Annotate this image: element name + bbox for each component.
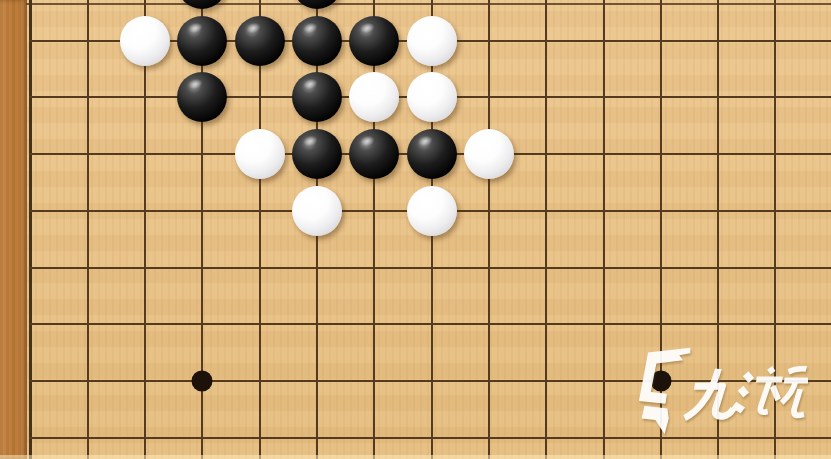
white-stone xyxy=(464,129,514,179)
grid-line-vertical xyxy=(144,0,146,459)
black-stone xyxy=(292,129,342,179)
grid-line-vertical xyxy=(373,0,375,459)
watermark-9game-logo xyxy=(612,340,812,445)
black-stone xyxy=(349,16,399,66)
black-stone xyxy=(349,129,399,179)
black-stone xyxy=(292,72,342,122)
white-stone xyxy=(349,72,399,122)
star-point xyxy=(192,370,213,391)
black-stone xyxy=(177,72,227,122)
white-stone xyxy=(120,16,170,66)
black-stone xyxy=(407,129,457,179)
gomoku-board[interactable] xyxy=(0,0,831,459)
9game-watermark-text xyxy=(682,366,808,422)
grid-line-vertical xyxy=(488,0,490,459)
grid-line-vertical xyxy=(603,0,605,459)
white-stone xyxy=(235,129,285,179)
board-bottom-edge-highlight xyxy=(0,455,831,459)
grid-line-horizontal xyxy=(29,323,831,325)
white-stone xyxy=(292,186,342,236)
black-stone xyxy=(177,16,227,66)
grid-line-horizontal xyxy=(29,267,831,269)
white-stone xyxy=(407,16,457,66)
board-top-crop-line xyxy=(26,3,831,5)
black-stone xyxy=(292,16,342,66)
black-stone xyxy=(235,16,285,66)
grid-line-vertical xyxy=(87,0,89,459)
grid-line-vertical xyxy=(545,0,547,459)
board-left-edge xyxy=(0,0,27,459)
grid-line-vertical xyxy=(259,0,261,459)
white-stone xyxy=(407,72,457,122)
grid-line-vertical xyxy=(29,0,32,459)
white-stone xyxy=(407,186,457,236)
